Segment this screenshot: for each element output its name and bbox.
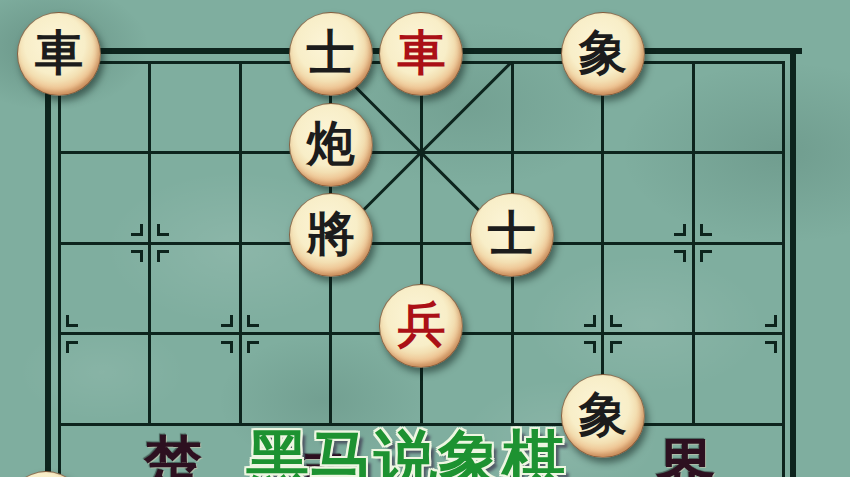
point-marker-corner: [157, 224, 169, 236]
point-marker-corner: [610, 315, 622, 327]
point-marker-corner: [700, 224, 712, 236]
piece-glyph: 象: [579, 390, 627, 438]
piece-red-soldier[interactable]: 兵: [379, 284, 463, 368]
piece-glyph: 兵: [397, 300, 445, 348]
point-marker-corner: [221, 341, 233, 353]
grid-line-v: [58, 61, 61, 477]
piece-black-general[interactable]: 將: [289, 193, 373, 277]
piece-glyph: 炮: [307, 119, 355, 167]
point-marker-corner: [221, 315, 233, 327]
point-marker-corner: [247, 341, 259, 353]
river-char-界: 界: [656, 436, 716, 477]
piece-black-elephant[interactable]: 象: [561, 374, 645, 458]
point-marker-corner: [610, 341, 622, 353]
piece-black-advisor[interactable]: 士: [470, 193, 554, 277]
piece-glyph: 象: [579, 28, 627, 76]
point-marker-corner: [131, 224, 143, 236]
piece-black-elephant[interactable]: 象: [561, 12, 645, 96]
point-marker-corner: [66, 315, 78, 327]
piece-glyph: 士: [307, 28, 355, 76]
point-marker-corner: [674, 224, 686, 236]
point-marker-corner: [584, 315, 596, 327]
piece-black-cannon[interactable]: 炮: [289, 103, 373, 187]
border-left: [45, 48, 51, 477]
xiangqi-board: 楚河界 車士車象炮將士兵象 黑马说象棋: [0, 0, 850, 477]
point-marker-corner: [247, 315, 259, 327]
grid-line-v: [239, 61, 242, 426]
point-marker-corner: [66, 341, 78, 353]
grid-line-v: [148, 61, 151, 426]
point-marker-corner: [674, 250, 686, 262]
point-marker-corner: [765, 341, 777, 353]
river-char-楚: 楚: [144, 434, 202, 477]
piece-black-chariot[interactable]: 車: [17, 12, 101, 96]
grid-line-v: [782, 61, 785, 477]
point-marker-corner: [131, 250, 143, 262]
piece-glyph: 車: [397, 28, 445, 76]
watermark-text: 黑马说象棋: [246, 428, 566, 477]
piece-glyph: 將: [307, 209, 355, 257]
grid-line-v: [601, 61, 604, 426]
grid-line-v: [420, 61, 423, 426]
piece-glyph: 車: [35, 28, 83, 76]
piece-black-advisor[interactable]: 士: [289, 12, 373, 96]
piece-red-chariot[interactable]: 車: [379, 12, 463, 96]
border-right: [790, 48, 796, 477]
point-marker-corner: [765, 315, 777, 327]
piece-unknown-unknown[interactable]: [7, 471, 85, 477]
grid-line-v: [692, 61, 695, 426]
point-marker-corner: [157, 250, 169, 262]
point-marker-corner: [584, 341, 596, 353]
point-marker-corner: [700, 250, 712, 262]
piece-glyph: 士: [488, 209, 536, 257]
